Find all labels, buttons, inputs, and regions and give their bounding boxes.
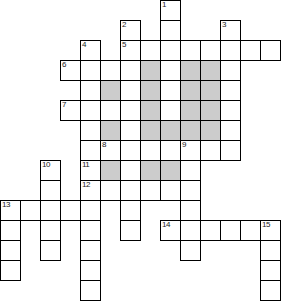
crossword-cell[interactable] <box>220 220 241 241</box>
crossword-cell[interactable] <box>180 160 201 181</box>
blocked-cell <box>160 160 181 181</box>
clue-number: 11 <box>82 160 89 169</box>
crossword-cell[interactable]: 9 <box>180 140 201 161</box>
crossword-cell[interactable] <box>80 240 101 261</box>
crossword-cell[interactable] <box>180 40 201 61</box>
crossword-cell[interactable] <box>80 80 101 101</box>
crossword-cell[interactable] <box>200 140 221 161</box>
blocked-cell <box>180 120 201 141</box>
crossword-cell[interactable] <box>120 160 141 181</box>
clue-number: 1 <box>162 0 166 9</box>
crossword-cell[interactable] <box>100 100 121 121</box>
clue-number: 8 <box>102 140 106 149</box>
crossword-cell[interactable] <box>0 260 21 281</box>
clue-number: 14 <box>162 220 170 229</box>
blocked-cell <box>140 160 161 181</box>
clue-number: 12 <box>82 180 90 189</box>
blocked-cell <box>140 120 161 141</box>
crossword-cell[interactable]: 15 <box>260 220 281 241</box>
crossword-cell[interactable] <box>40 220 61 241</box>
blocked-cell <box>140 60 161 81</box>
clue-number: 2 <box>122 20 126 29</box>
crossword-cell[interactable] <box>180 200 201 221</box>
crossword-cell[interactable] <box>180 220 201 241</box>
crossword-cell[interactable] <box>160 140 181 161</box>
crossword-cell[interactable] <box>120 100 141 121</box>
crossword-cell[interactable] <box>240 220 261 241</box>
clue-number: 10 <box>42 160 50 169</box>
crossword-cell[interactable] <box>0 220 21 241</box>
crossword-cell[interactable] <box>120 120 141 141</box>
blocked-cell <box>100 120 121 141</box>
blocked-cell <box>140 80 161 101</box>
blocked-cell <box>180 80 201 101</box>
crossword-cell[interactable] <box>140 180 161 201</box>
blocked-cell <box>100 160 121 181</box>
crossword-cell[interactable] <box>260 240 281 261</box>
crossword-cell[interactable] <box>160 60 181 81</box>
crossword-cell[interactable] <box>160 100 181 121</box>
crossword-cell[interactable] <box>120 80 141 101</box>
blocked-cell <box>200 60 221 81</box>
crossword-cell[interactable] <box>260 260 281 281</box>
crossword-cell[interactable]: 13 <box>0 200 21 221</box>
crossword-cell[interactable] <box>80 200 101 221</box>
blocked-cell <box>100 80 121 101</box>
blocked-cell <box>200 80 221 101</box>
blocked-cell <box>180 60 201 81</box>
crossword-cell[interactable] <box>0 240 21 261</box>
crossword-cell[interactable] <box>80 140 101 161</box>
crossword-cell[interactable] <box>180 240 201 261</box>
crossword-cell[interactable] <box>260 280 281 301</box>
crossword-cell[interactable] <box>160 20 181 41</box>
crossword-cell[interactable] <box>80 100 101 121</box>
crossword-cell[interactable] <box>100 60 121 81</box>
crossword-cell[interactable] <box>80 260 101 281</box>
blocked-cell <box>140 100 161 121</box>
crossword-grid: 123456789101112131415 <box>0 0 281 301</box>
crossword-cell[interactable]: 6 <box>60 60 81 81</box>
crossword-cell[interactable] <box>20 200 41 221</box>
crossword-cell[interactable] <box>200 220 221 241</box>
crossword-cell[interactable] <box>160 180 181 201</box>
crossword-cell[interactable] <box>240 40 261 61</box>
crossword-cell[interactable] <box>120 200 141 221</box>
crossword-cell[interactable] <box>100 180 121 201</box>
crossword-cell[interactable] <box>80 60 101 81</box>
crossword-cell[interactable] <box>80 280 101 301</box>
crossword-cell[interactable]: 1 <box>160 0 181 21</box>
crossword-cell[interactable]: 14 <box>160 220 181 241</box>
blocked-cell <box>200 100 221 121</box>
crossword-cell[interactable] <box>40 180 61 201</box>
blocked-cell <box>180 100 201 121</box>
crossword-cell[interactable] <box>220 140 241 161</box>
crossword-cell[interactable] <box>220 60 241 81</box>
crossword-cell[interactable] <box>220 40 241 61</box>
clue-number: 15 <box>262 220 270 229</box>
crossword-cell[interactable] <box>120 220 141 241</box>
crossword-cell[interactable]: 4 <box>80 40 101 61</box>
clue-number: 7 <box>62 100 66 109</box>
clue-number: 9 <box>182 140 186 149</box>
crossword-cell[interactable] <box>40 240 61 261</box>
crossword-cell[interactable] <box>220 120 241 141</box>
crossword-cell[interactable] <box>160 80 181 101</box>
crossword-cell[interactable]: 5 <box>120 40 141 61</box>
clue-number: 13 <box>2 200 10 209</box>
crossword-cell[interactable]: 11 <box>80 160 101 181</box>
crossword-cell[interactable]: 7 <box>60 100 81 121</box>
crossword-cell[interactable] <box>60 200 81 221</box>
crossword-cell[interactable]: 12 <box>80 180 101 201</box>
crossword-cell[interactable] <box>260 40 281 61</box>
crossword-cell[interactable] <box>200 40 221 61</box>
crossword-cell[interactable]: 2 <box>120 20 141 41</box>
crossword-cell[interactable] <box>220 100 241 121</box>
crossword-cell[interactable]: 8 <box>100 140 121 161</box>
crossword-page: 123456789101112131415 <box>0 0 281 301</box>
clue-number: 4 <box>82 40 86 49</box>
clue-number: 5 <box>122 40 126 49</box>
clue-number: 3 <box>222 20 226 29</box>
crossword-cell[interactable] <box>140 140 161 161</box>
crossword-cell[interactable] <box>40 200 61 221</box>
crossword-cell[interactable] <box>80 220 101 241</box>
clue-number: 6 <box>62 60 66 69</box>
crossword-cell[interactable] <box>160 40 181 61</box>
crossword-cell[interactable]: 10 <box>40 160 61 181</box>
crossword-cell[interactable] <box>120 60 141 81</box>
crossword-cell[interactable] <box>140 40 161 61</box>
crossword-cell[interactable] <box>220 80 241 101</box>
crossword-cell[interactable] <box>80 120 101 141</box>
blocked-cell <box>200 120 221 141</box>
blocked-cell <box>160 120 181 141</box>
crossword-cell[interactable] <box>120 180 141 201</box>
crossword-cell[interactable] <box>180 180 201 201</box>
crossword-cell[interactable] <box>120 140 141 161</box>
crossword-cell[interactable]: 3 <box>220 20 241 41</box>
